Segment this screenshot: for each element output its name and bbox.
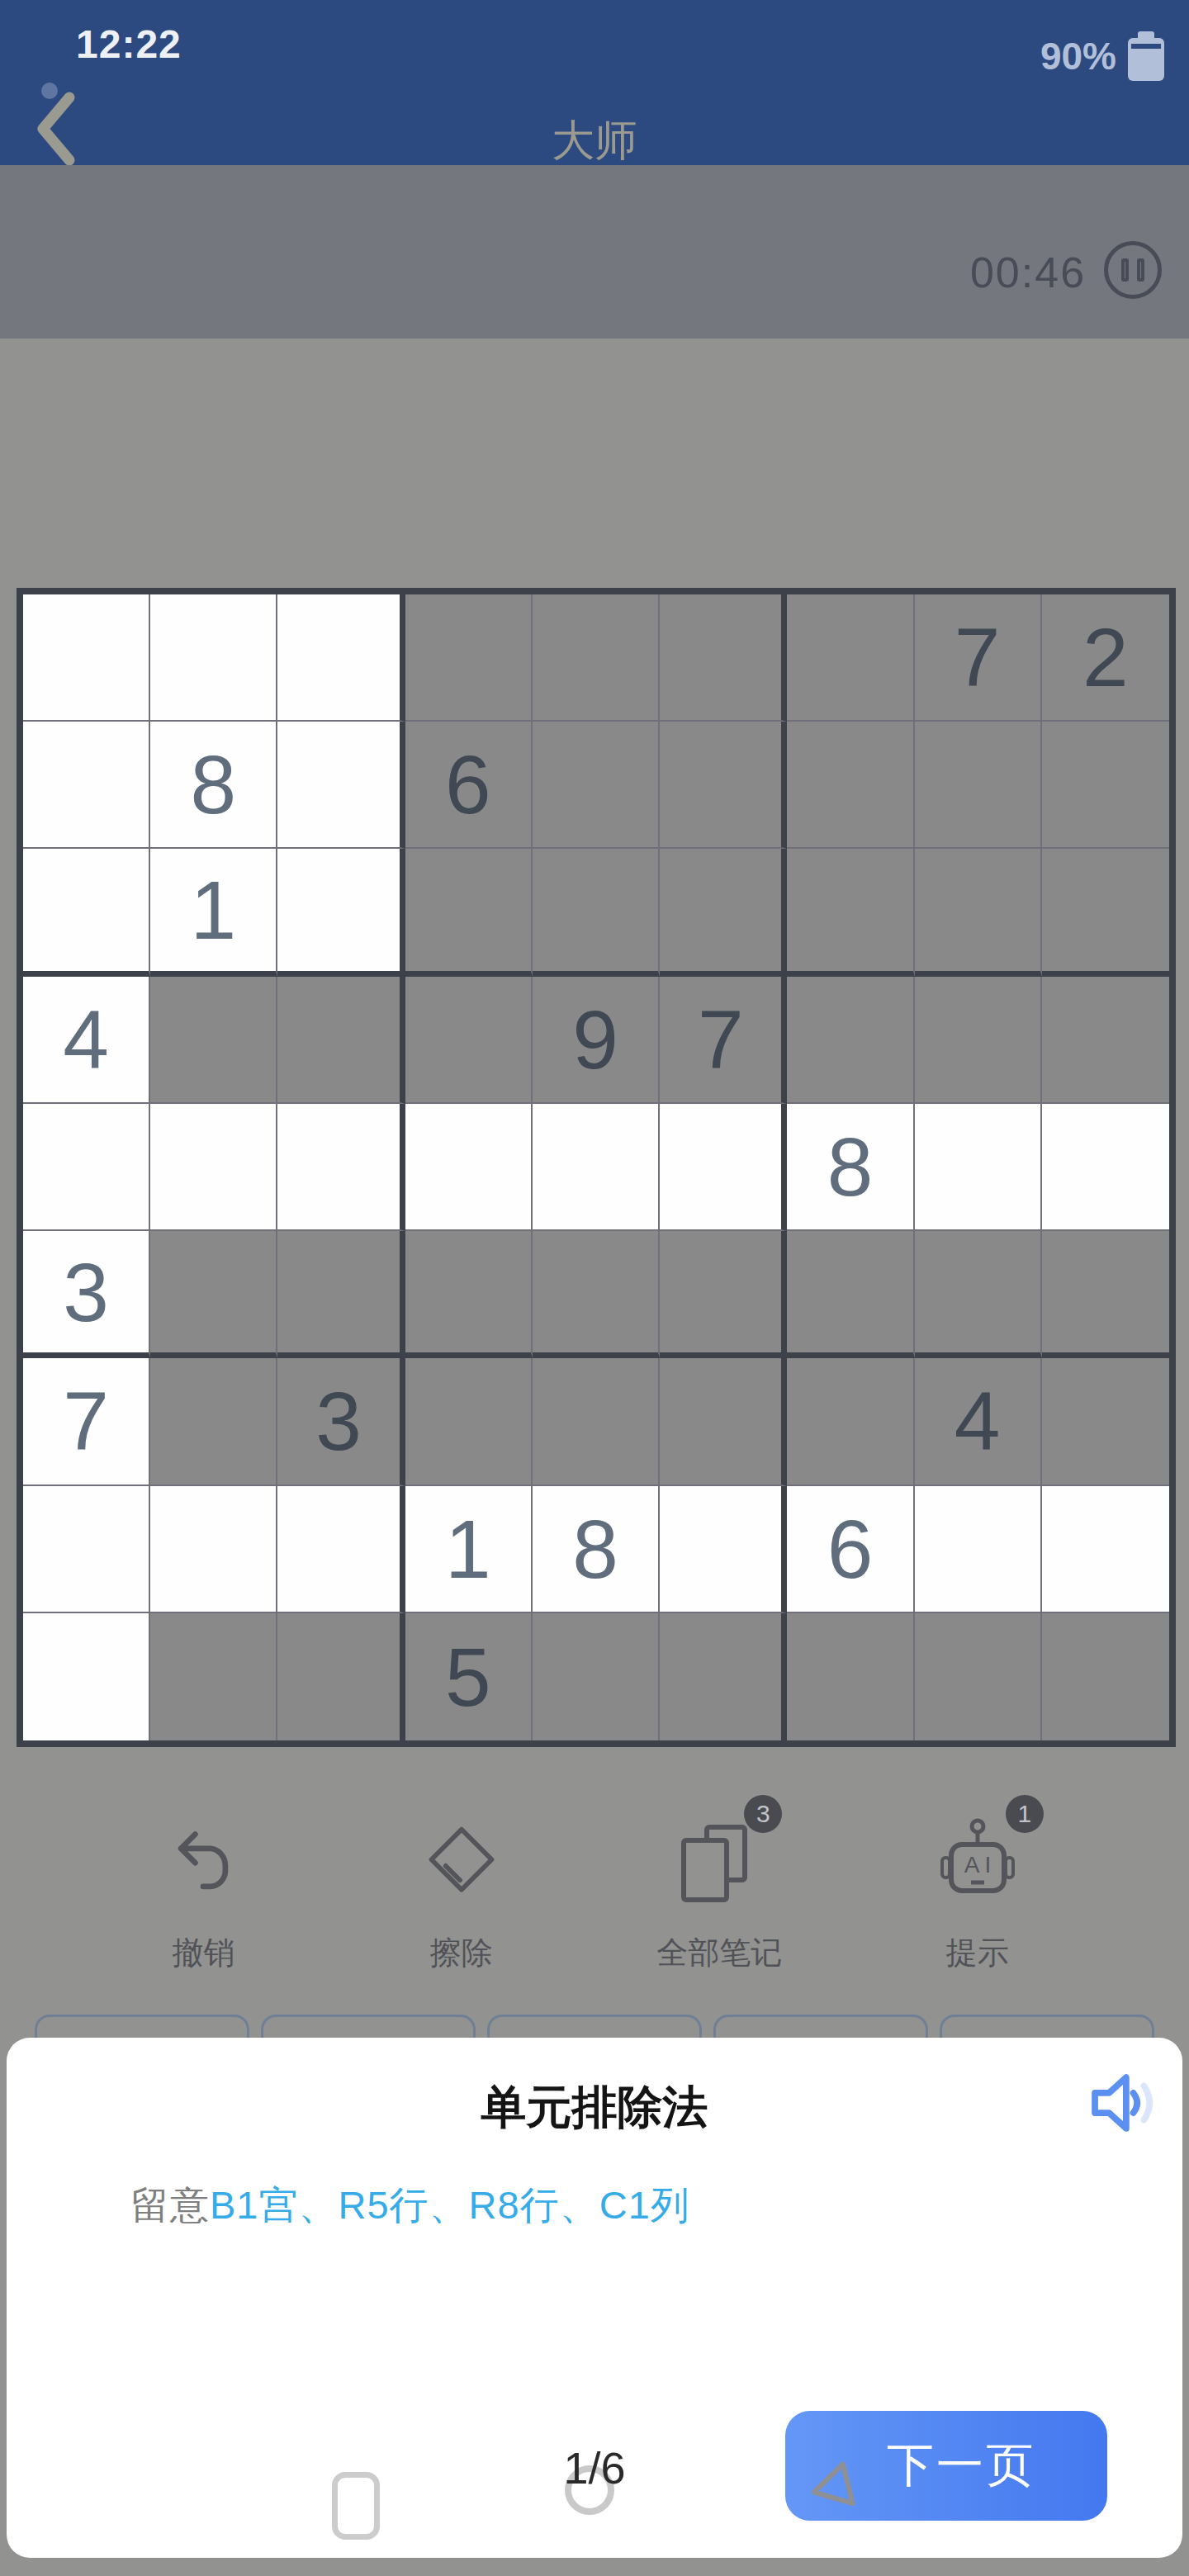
toolbar-label: 撤销	[172, 1932, 234, 1974]
given-digit: 6	[827, 1508, 874, 1590]
page-indicator: 1/6	[537, 2442, 652, 2493]
cell-r6c1[interactable]: 3	[23, 1231, 150, 1358]
given-digit: 4	[63, 998, 109, 1081]
cell-r3c8[interactable]	[915, 849, 1042, 976]
cell-r7c7[interactable]	[787, 1358, 914, 1485]
eraser-icon	[422, 1825, 501, 1907]
pause-icon	[1121, 258, 1129, 282]
toolbar-label: 擦除	[430, 1932, 493, 1974]
hint-prefix: 留意	[130, 2183, 210, 2227]
cell-r8c7[interactable]: 6	[787, 1486, 914, 1613]
cell-r4c6[interactable]: 7	[660, 977, 787, 1104]
timer-elapsed: 00:46	[950, 248, 1106, 297]
cell-r4c3[interactable]	[277, 977, 405, 1104]
cell-r6c4[interactable]	[405, 1231, 533, 1358]
dont-show-checkbox[interactable]	[332, 2472, 380, 2540]
cell-r1c5[interactable]	[533, 594, 660, 722]
toolbar-label: 全部笔记	[656, 1932, 782, 1974]
cell-r3c3[interactable]	[277, 849, 405, 976]
cell-r4c9[interactable]	[1042, 977, 1169, 1104]
hint-region: B1宫	[210, 2183, 299, 2227]
cell-r9c2[interactable]	[150, 1613, 277, 1740]
cell-r5c3[interactable]	[277, 1104, 405, 1231]
cell-r2c6[interactable]	[660, 722, 787, 849]
cell-r7c6[interactable]	[660, 1358, 787, 1485]
ai-robot-icon: A I	[936, 1818, 1019, 1907]
cell-r7c3[interactable]: 3	[277, 1358, 405, 1485]
cell-r7c2[interactable]	[150, 1358, 277, 1485]
cell-r5c6[interactable]	[660, 1104, 787, 1231]
battery-icon	[1128, 31, 1164, 81]
cell-r7c8[interactable]: 4	[915, 1358, 1042, 1485]
cell-r8c8[interactable]	[915, 1486, 1042, 1613]
battery-status: 90%	[1040, 31, 1164, 81]
given-digit: 7	[955, 616, 1001, 698]
given-digit: 6	[445, 743, 491, 826]
cell-r1c9[interactable]: 2	[1042, 594, 1169, 722]
next-page-button[interactable]: 下一页	[785, 2411, 1107, 2521]
cell-r5c8[interactable]	[915, 1104, 1042, 1231]
page-title: 大师	[0, 112, 1189, 170]
given-digit: 7	[698, 998, 744, 1081]
cell-r3c7[interactable]	[787, 849, 914, 976]
given-digit: 8	[827, 1125, 874, 1208]
cell-r8c9[interactable]	[1042, 1486, 1169, 1613]
cell-r6c9[interactable]	[1042, 1231, 1169, 1358]
cell-r6c6[interactable]	[660, 1231, 787, 1358]
next-page-label: 下一页	[857, 2434, 1035, 2498]
given-digit: 1	[191, 869, 237, 951]
cell-r1c7[interactable]	[787, 594, 914, 722]
cell-r6c2[interactable]	[150, 1231, 277, 1358]
cell-r8c5[interactable]: 8	[533, 1486, 660, 1613]
cell-r4c2[interactable]	[150, 977, 277, 1104]
battery-percent: 90%	[1040, 34, 1116, 78]
cell-r5c4[interactable]	[405, 1104, 533, 1231]
cell-r2c8[interactable]	[915, 722, 1042, 849]
cell-r3c4[interactable]	[405, 849, 533, 976]
cell-r5c9[interactable]	[1042, 1104, 1169, 1231]
hint-region: R8行	[469, 2183, 560, 2227]
notes-pages-icon	[681, 1825, 757, 1907]
toolbar-erase-button[interactable]: 擦除	[371, 1808, 552, 1974]
header-bar: 12:22 90% 大师	[0, 0, 1189, 165]
cell-r1c6[interactable]	[660, 594, 787, 722]
cell-r4c4[interactable]	[405, 977, 533, 1104]
cell-r2c9[interactable]	[1042, 722, 1169, 849]
cell-r3c9[interactable]	[1042, 849, 1169, 976]
cell-r4c7[interactable]	[787, 977, 914, 1104]
cell-r2c2[interactable]: 8	[150, 722, 277, 849]
toolbar-notes-button[interactable]: 3全部笔记	[628, 1808, 810, 1974]
cell-r1c1[interactable]	[23, 594, 150, 722]
cell-r9c4[interactable]: 5	[405, 1613, 533, 1740]
app-screen: 12:22 90% 大师 00:46 72861497837341865 撤销擦…	[0, 0, 1189, 2576]
cell-r8c1[interactable]	[23, 1486, 150, 1613]
cell-r4c5[interactable]: 9	[533, 977, 660, 1104]
cell-r2c5[interactable]	[533, 722, 660, 849]
hint-title: 单元排除法	[7, 2077, 1182, 2138]
cell-r8c2[interactable]	[150, 1486, 277, 1613]
cell-r6c3[interactable]	[277, 1231, 405, 1358]
undo-icon	[163, 1825, 243, 1907]
given-digit: 8	[572, 1508, 618, 1590]
toolbar-label: 提示	[946, 1932, 1009, 1974]
cell-r2c1[interactable]	[23, 722, 150, 849]
cell-r1c2[interactable]	[150, 594, 277, 722]
cell-r9c5[interactable]	[533, 1613, 660, 1740]
given-digit: 5	[445, 1636, 491, 1718]
speaker-icon[interactable]	[1085, 2067, 1156, 2138]
status-time: 12:22	[76, 21, 182, 67]
cell-r9c7[interactable]	[787, 1613, 914, 1740]
cell-r9c6[interactable]	[660, 1613, 787, 1740]
sudoku-board: 72861497837341865	[17, 588, 1176, 1747]
toolbar-undo-button[interactable]: 撤销	[112, 1808, 294, 1974]
cell-r6c5[interactable]	[533, 1231, 660, 1358]
cell-r3c1[interactable]	[23, 849, 150, 976]
svg-text:A I: A I	[964, 1852, 991, 1878]
cell-r7c4[interactable]	[405, 1358, 533, 1485]
given-digit: 4	[955, 1380, 1001, 1462]
cell-r5c5[interactable]	[533, 1104, 660, 1231]
cell-r1c8[interactable]: 7	[915, 594, 1042, 722]
cell-r7c9[interactable]	[1042, 1358, 1169, 1485]
cell-r9c9[interactable]	[1042, 1613, 1169, 1740]
cell-r6c7[interactable]	[787, 1231, 914, 1358]
given-digit: 7	[63, 1380, 109, 1462]
cell-r2c4[interactable]: 6	[405, 722, 533, 849]
cell-r6c8[interactable]	[915, 1231, 1042, 1358]
toolbar-hint-button[interactable]: A I1提示	[887, 1808, 1068, 1974]
badge-count: 3	[744, 1795, 782, 1833]
hint-region: C1列	[599, 2183, 690, 2227]
cell-r2c7[interactable]	[787, 722, 914, 849]
cell-r3c6[interactable]	[660, 849, 787, 976]
cell-r5c1[interactable]	[23, 1104, 150, 1231]
cell-r3c2[interactable]: 1	[150, 849, 277, 976]
cell-r3c5[interactable]	[533, 849, 660, 976]
hint-region: R5行	[339, 2183, 429, 2227]
cell-r4c8[interactable]	[915, 977, 1042, 1104]
given-digit: 8	[191, 743, 237, 826]
given-digit: 1	[445, 1508, 491, 1590]
cell-r1c3[interactable]	[277, 594, 405, 722]
cell-r8c3[interactable]	[277, 1486, 405, 1613]
given-digit: 9	[572, 998, 618, 1081]
cell-r4c1[interactable]: 4	[23, 977, 150, 1104]
hint-text: 留意B1宫、R5行、R8行、C1列	[130, 2180, 690, 2232]
cell-r7c5[interactable]	[533, 1358, 660, 1485]
cell-r9c1[interactable]	[23, 1613, 150, 1740]
cell-r8c4[interactable]: 1	[405, 1486, 533, 1613]
cell-r8c6[interactable]	[660, 1486, 787, 1613]
given-digit: 2	[1082, 616, 1129, 698]
cell-r5c7[interactable]: 8	[787, 1104, 914, 1231]
given-digit: 3	[315, 1380, 362, 1462]
game-toolbar: 撤销擦除3全部笔记A I1提示	[74, 1808, 1106, 1974]
given-digit: 3	[63, 1251, 109, 1333]
cell-r2c3[interactable]	[277, 722, 405, 849]
cell-r7c1[interactable]: 7	[23, 1358, 150, 1485]
badge-count: 1	[1006, 1795, 1044, 1833]
cell-r9c3[interactable]	[277, 1613, 405, 1740]
cell-r1c4[interactable]	[405, 594, 533, 722]
cell-r9c8[interactable]	[915, 1613, 1042, 1740]
cell-r5c2[interactable]	[150, 1104, 277, 1231]
pause-button[interactable]	[1104, 241, 1162, 299]
